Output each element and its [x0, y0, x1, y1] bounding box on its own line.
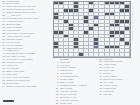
clue-text: Signs of approval, with nods	[6, 86, 51, 89]
copyright-vertical-text: © Puzzle Features Syndicate	[132, 8, 134, 56]
clue-item: 20.Single item	[55, 103, 97, 104]
white-cell	[125, 53, 130, 57]
crossword-grid	[53, 1, 132, 58]
down-clues-column-1: DOWN 1.Small bite2.Mine find3.Musical so…	[55, 59, 97, 104]
crossword-page: 13.Wading bird15.Sour in taste17.Where t…	[0, 0, 140, 105]
down-clues-column-2: 25.Golf peg27.Light brown shade29.Lion's…	[99, 59, 139, 97]
clue-text: Single item	[60, 103, 97, 104]
across-clues-column: 13.Wading bird15.Sour in taste17.Where t…	[2, 1, 52, 98]
down-clues-list-1: 1.Small bite2.Mine find3.Musical sound4.…	[55, 62, 97, 104]
clue-item: 64.Signs of approval, with nods	[2, 86, 52, 89]
footer-mark	[3, 100, 14, 102]
